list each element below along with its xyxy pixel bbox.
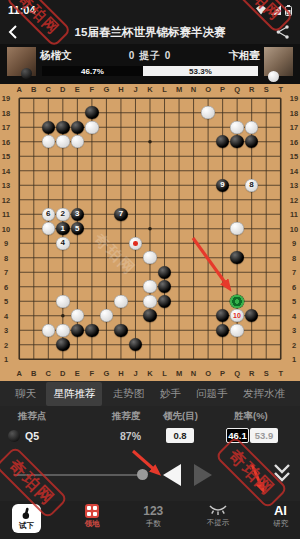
stone-Q10-white[interactable] [230, 222, 243, 235]
move-number-3: 3 [75, 210, 79, 218]
stone-Q8-black[interactable] [230, 251, 243, 264]
coord-number-3: 3 [0, 326, 12, 335]
go-app-screen: 11:04 15届春兰杯世界锦标赛半决赛 杨楷文 0 提子 0 卞相壹 [0, 0, 300, 539]
coord-number-13: 13 [0, 181, 12, 190]
player-bar: 杨楷文 0 提子 0 卞相壹 46.7% 53.3% [0, 44, 300, 84]
territory-button[interactable]: 领地 [85, 504, 100, 529]
column-letters-bottom: ABCDEFGHJKLMNOPQRST [12, 368, 288, 380]
coord-letter-N: N [191, 368, 196, 380]
coord-letter-G: G [103, 368, 109, 380]
stone-K4-black[interactable] [143, 309, 156, 322]
black-stone-badge [21, 68, 32, 79]
stone-R16-black[interactable] [245, 135, 258, 148]
coord-number-19: 19 [288, 94, 300, 103]
move-number-6: 6 [46, 210, 50, 218]
battery-icon [285, 5, 292, 16]
coord-number-15: 15 [288, 152, 300, 161]
coord-number-18: 18 [0, 108, 12, 117]
stone-C16-white[interactable] [42, 135, 55, 148]
coord-number-2: 2 [288, 340, 300, 349]
stone-D17-black[interactable] [56, 121, 69, 134]
stone-Q16-black[interactable] [230, 135, 243, 148]
confidence-value: 87% [120, 430, 141, 442]
move-number-4: 4 [61, 239, 65, 247]
stone-F18-black[interactable] [85, 106, 98, 119]
coord-number-5: 5 [0, 297, 12, 306]
stone-E3-black[interactable] [71, 324, 84, 337]
coord-letter-J: J [133, 368, 137, 380]
move-number-10: 10 [233, 312, 241, 319]
recommendation-header: 推荐点 推荐度 领先(目) 胜率(%) [0, 406, 300, 425]
coord-letter-D: D [60, 368, 65, 380]
move-numbers-label: 手数 [146, 519, 161, 529]
stone-H11-black[interactable]: 7 [114, 208, 127, 221]
tab-brilliant-moves[interactable]: 妙手 [155, 383, 186, 405]
coord-number-7: 7 [0, 268, 12, 277]
stone-D10-black[interactable]: 1 [56, 222, 69, 235]
tab-ai-recommend[interactable]: 星阵推荐 [46, 382, 102, 406]
try-move-label: 试下 [19, 521, 34, 531]
move-number-2: 2 [61, 210, 65, 218]
ai-research-button[interactable]: AI 研究 [273, 504, 288, 529]
stone-P3-black[interactable] [216, 324, 229, 337]
coord-number-7: 7 [288, 268, 300, 277]
tab-problem-moves[interactable]: 问题手 [191, 383, 233, 405]
board-grid[interactable]: 98623715410 [12, 91, 288, 367]
stone-C11-white[interactable]: 6 [42, 208, 55, 221]
header-point: 推荐点 [18, 410, 47, 423]
move-number-8: 8 [249, 181, 253, 189]
bottom-toolbar: 试下 领地 123 手数 不提示 AI 研究 [0, 501, 300, 539]
share-button[interactable] [274, 23, 292, 41]
move-number-7: 7 [119, 210, 123, 218]
coord-number-5: 5 [288, 297, 300, 306]
next-move-button[interactable] [194, 464, 212, 486]
coord-number-16: 16 [288, 137, 300, 146]
coord-number-13: 13 [288, 181, 300, 190]
tab-performance[interactable]: 发挥水准 [238, 383, 290, 405]
stone-D2-black[interactable] [56, 338, 69, 351]
move-slider-knob[interactable] [137, 469, 148, 480]
white-winrate-chip: 53.9 [250, 428, 278, 443]
stone-H3-black[interactable] [114, 324, 127, 337]
stone-R17-white[interactable] [245, 121, 258, 134]
stone-D16-white[interactable] [56, 135, 69, 148]
coord-number-17: 17 [288, 123, 300, 132]
stone-E11-black[interactable]: 3 [71, 208, 84, 221]
no-hint-label: 不提示 [207, 518, 230, 528]
stone-D5-white[interactable] [56, 295, 69, 308]
coord-letter-L: L [162, 368, 167, 380]
back-button[interactable] [8, 23, 26, 41]
black-winrate-chip: 46.1 [226, 428, 249, 443]
stone-G4-white[interactable] [100, 309, 113, 322]
stone-J9-white[interactable] [129, 237, 142, 250]
tab-chat[interactable]: 聊天 [10, 383, 41, 405]
no-hint-button[interactable]: 不提示 [207, 504, 230, 528]
coord-letter-Q: Q [234, 368, 240, 380]
coord-letter-P: P [220, 368, 225, 380]
stone-P13-black[interactable]: 9 [216, 179, 229, 192]
stone-Q3-white[interactable] [230, 324, 243, 337]
stone-R4-black[interactable] [245, 309, 258, 322]
status-bar: 11:04 [0, 0, 300, 20]
white-winrate-segment: 53.3% [143, 66, 258, 76]
coord-letter-A: A [17, 368, 22, 380]
coord-number-6: 6 [0, 282, 12, 291]
lead-value-chip[interactable]: 0.8 [166, 428, 194, 443]
black-winrate-segment: 46.7% [42, 66, 143, 76]
coord-letter-E: E [75, 368, 80, 380]
coord-number-16: 16 [0, 137, 12, 146]
coord-letter-R: R [249, 368, 254, 380]
stone-E4-white[interactable] [71, 309, 84, 322]
wifi-icon [255, 5, 267, 15]
stone-E10-black[interactable]: 5 [71, 222, 84, 235]
stone-H5-white[interactable] [114, 295, 127, 308]
stone-L6-black[interactable] [158, 280, 171, 293]
white-captures: 0 [165, 50, 172, 61]
move-slider-track[interactable] [14, 474, 144, 476]
coord-letter-F: F [90, 368, 95, 380]
stone-E17-black[interactable] [71, 121, 84, 134]
collapse-panel-button[interactable] [272, 462, 292, 488]
coord-number-12: 12 [0, 195, 12, 204]
winrate-bar: 46.7% 53.3% [42, 66, 258, 76]
coord-number-17: 17 [0, 123, 12, 132]
status-icons [255, 5, 292, 16]
prev-move-button[interactable] [163, 464, 181, 486]
header-confidence: 推荐度 [112, 410, 141, 423]
captures-label: 提子 [139, 50, 161, 61]
stone-P4-black[interactable] [216, 309, 229, 322]
coord-number-9: 9 [288, 239, 300, 248]
clock: 11:04 [8, 4, 36, 16]
stone-O18-white[interactable] [201, 106, 214, 119]
territory-grid-icon [85, 504, 99, 518]
stone-D9-white[interactable]: 4 [56, 237, 69, 250]
coord-number-4: 4 [288, 311, 300, 320]
coord-number-2: 2 [0, 340, 12, 349]
move-numbers-button[interactable]: 123 手数 [143, 504, 163, 529]
white-player-avatar[interactable] [264, 47, 293, 76]
coord-number-3: 3 [288, 326, 300, 335]
stone-F17-white[interactable] [85, 121, 98, 134]
coord-number-12: 12 [288, 195, 300, 204]
tab-trend-graph[interactable]: 走势图 [108, 383, 150, 405]
coord-letter-H: H [118, 368, 123, 380]
move-numbers-icon: 123 [143, 504, 163, 518]
stone-P16-black[interactable] [216, 135, 229, 148]
ai-research-label: 研究 [273, 519, 288, 529]
stone-C3-white[interactable] [42, 324, 55, 337]
black-stone-icon [8, 430, 20, 442]
try-move-button[interactable]: 试下 [12, 504, 41, 533]
recommended-point: Q5 [25, 430, 39, 442]
stone-D11-white[interactable]: 2 [56, 208, 69, 221]
coord-number-14: 14 [0, 166, 12, 175]
stone-Q4-white[interactable]: 10 [230, 309, 243, 322]
coord-number-1: 1 [288, 355, 300, 364]
share-icon [275, 24, 291, 40]
coord-number-14: 14 [288, 166, 300, 175]
ai-icon: AI [274, 504, 287, 518]
stone-C17-black[interactable] [42, 121, 55, 134]
coord-number-8: 8 [288, 253, 300, 262]
coord-letter-S: S [264, 368, 269, 380]
stones-layer: 98623715410 [12, 91, 288, 367]
stone-K5-white[interactable] [143, 295, 156, 308]
coord-number-1: 1 [0, 355, 12, 364]
white-player-name: 卞相壹 [229, 49, 261, 63]
move-number-1: 1 [61, 225, 65, 233]
move-number-5: 5 [75, 225, 79, 233]
stone-R13-white[interactable]: 8 [245, 179, 258, 192]
coord-number-18: 18 [288, 108, 300, 117]
coord-number-10: 10 [288, 224, 300, 233]
page-title: 15届春兰杯世界锦标赛半决赛 [0, 25, 300, 40]
stone-L7-black[interactable] [158, 266, 171, 279]
move-number-9: 9 [220, 181, 224, 189]
coord-letter-K: K [147, 368, 152, 380]
title-bar: 15届春兰杯世界锦标赛半决赛 [0, 20, 300, 44]
coord-number-6: 6 [288, 282, 300, 291]
coord-letter-T: T [278, 368, 283, 380]
stone-Q17-white[interactable] [230, 121, 243, 134]
move-navigation-row [0, 448, 300, 501]
coord-number-19: 19 [0, 94, 12, 103]
stone-Q5-green[interactable] [230, 295, 243, 308]
black-captures: 0 [129, 50, 136, 61]
stone-J2-black[interactable] [129, 338, 142, 351]
recommendation-row[interactable]: Q5 87% 0.8 46.1 53.9 [0, 425, 300, 448]
coord-letter-B: B [31, 368, 36, 380]
stone-L5-black[interactable] [158, 295, 171, 308]
coord-number-11: 11 [288, 210, 300, 219]
row-numbers-right: 19181716151413121110987654321 [288, 91, 300, 366]
coord-number-4: 4 [0, 311, 12, 320]
white-stone-badge [268, 71, 279, 82]
analysis-tab-bar: 聊天 星阵推荐 走势图 妙手 问题手 发挥水准 [0, 381, 300, 406]
stone-K8-white[interactable] [143, 251, 156, 264]
row-numbers-left: 19181716151413121110987654321 [0, 91, 12, 366]
stone-E16-white[interactable] [71, 135, 84, 148]
stone-K6-white[interactable] [143, 280, 156, 293]
coord-letter-O: O [205, 368, 211, 380]
coord-number-8: 8 [0, 253, 12, 262]
back-chevron-icon [8, 24, 18, 40]
stone-F3-black[interactable] [85, 324, 98, 337]
coord-letter-M: M [176, 368, 182, 380]
signal-icon [271, 5, 281, 15]
header-lead: 领先(目) [163, 410, 198, 423]
closed-eye-icon [208, 504, 228, 517]
coord-number-11: 11 [0, 210, 12, 219]
coord-number-9: 9 [0, 239, 12, 248]
tap-hand-icon [20, 507, 33, 520]
coord-number-10: 10 [0, 224, 12, 233]
stone-D3-white[interactable] [56, 324, 69, 337]
go-board[interactable]: ABCDEFGHJKLMNOPQRST ABCDEFGHJKLMNOPQRST … [0, 84, 300, 381]
stone-C10-white[interactable] [42, 222, 55, 235]
header-winrate: 胜率(%) [234, 410, 268, 423]
territory-label: 领地 [85, 519, 100, 529]
coord-number-15: 15 [0, 152, 12, 161]
double-chevron-down-icon [272, 462, 292, 484]
coord-letter-C: C [46, 368, 51, 380]
